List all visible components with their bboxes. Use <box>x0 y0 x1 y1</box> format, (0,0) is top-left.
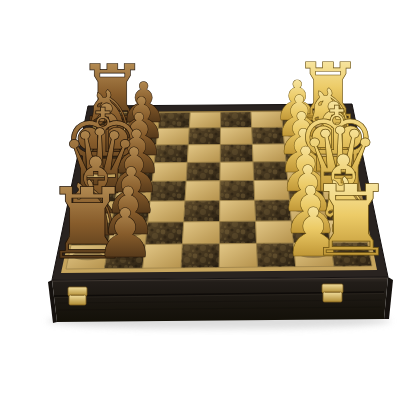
square-texture <box>220 144 253 162</box>
latch-right <box>322 284 343 302</box>
square-r3-c3 <box>185 181 220 201</box>
square-texture <box>220 181 255 201</box>
product-photo-chess-set: ♜♟♟♜♞♟♟♞♝♟♟♝♚♟♟♚♛♟♟♛♝♟♟♝♞♟♟♞♜♟♟♜ <box>0 0 416 416</box>
square-texture <box>221 112 252 128</box>
square-r6-c4 <box>220 128 252 145</box>
chess-set-scene: ♜♟♟♜♞♟♟♞♝♟♟♝♚♟♟♚♛♟♟♛♝♟♟♝♞♟♟♞♜♟♟♜ <box>0 0 416 416</box>
piece-gold-rook: ♜ <box>307 164 395 278</box>
square-r7-c3 <box>189 112 220 128</box>
square-r2-c4 <box>220 200 256 221</box>
square-r4-c4 <box>220 162 254 181</box>
latch-left <box>68 287 87 305</box>
square-texture <box>188 128 220 145</box>
square-texture <box>186 162 220 181</box>
square-texture <box>220 221 257 244</box>
square-r1-c3 <box>182 222 219 245</box>
square-r0-c4 <box>219 243 257 267</box>
square-texture <box>181 244 220 268</box>
square-r5-c3 <box>187 145 220 163</box>
square-texture <box>184 201 220 222</box>
piece-bronze-pawn: ♟ <box>95 194 156 273</box>
